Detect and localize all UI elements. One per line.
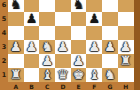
square-f4[interactable] xyxy=(86,26,102,40)
square-h4[interactable] xyxy=(118,26,134,40)
square-f3[interactable]: ♟ xyxy=(86,40,102,54)
black-pawn[interactable]: ♟ xyxy=(88,12,100,26)
square-b5[interactable]: ♟ xyxy=(24,12,40,26)
square-e2[interactable]: ♟ xyxy=(71,54,87,68)
file-label-e: E xyxy=(71,82,87,90)
square-d2[interactable] xyxy=(55,54,71,68)
square-a2[interactable] xyxy=(8,54,24,68)
white-pawn[interactable]: ♟ xyxy=(73,54,85,68)
rank-label-1: 1 xyxy=(0,68,8,82)
square-a5[interactable] xyxy=(8,12,24,26)
square-b3[interactable]: ♟ xyxy=(24,40,40,54)
white-knight[interactable]: ♞ xyxy=(104,68,116,82)
square-g3[interactable]: ♟ xyxy=(102,40,118,54)
square-e4[interactable] xyxy=(71,26,87,40)
square-b2[interactable] xyxy=(24,54,40,68)
file-label-f: F xyxy=(86,82,102,90)
square-c1[interactable]: ♝ xyxy=(39,68,55,82)
square-c6[interactable] xyxy=(39,0,55,12)
square-e5[interactable] xyxy=(71,12,87,26)
rank-label-5: 5 xyxy=(0,12,8,26)
square-f2[interactable] xyxy=(86,54,102,68)
square-c2[interactable]: ♟ xyxy=(39,54,55,68)
square-g1[interactable]: ♞ xyxy=(102,68,118,82)
rank-labels: 654321 xyxy=(0,0,8,82)
chess-app-window: ♞♞♟♟♟♟♞♟♟♟♟♟♟♜♜♝♛♚♝♞ 654321 ABCDEFGH xyxy=(0,0,140,90)
square-g4[interactable] xyxy=(102,26,118,40)
rank-label-2: 2 xyxy=(0,54,8,68)
square-e6[interactable]: ♞ xyxy=(71,0,87,12)
white-pawn[interactable]: ♟ xyxy=(120,40,132,54)
white-pawn[interactable]: ♟ xyxy=(104,40,116,54)
white-rook[interactable]: ♜ xyxy=(120,54,132,68)
rank-label-4: 4 xyxy=(0,26,8,40)
chess-board: ♞♞♟♟♟♟♞♟♟♟♟♟♟♜♜♝♛♚♝♞ xyxy=(8,0,134,82)
file-label-c: C xyxy=(39,82,55,90)
square-f6[interactable] xyxy=(86,0,102,12)
square-c3[interactable]: ♞ xyxy=(39,40,55,54)
board-right-edge xyxy=(134,0,140,90)
square-g2[interactable] xyxy=(102,54,118,68)
rank-label-6: 6 xyxy=(0,0,8,12)
white-pawn[interactable]: ♟ xyxy=(26,40,38,54)
white-king[interactable]: ♚ xyxy=(73,68,85,82)
square-a4[interactable] xyxy=(8,26,24,40)
square-f1[interactable]: ♝ xyxy=(86,68,102,82)
file-label-d: D xyxy=(55,82,71,90)
white-pawn[interactable]: ♟ xyxy=(41,54,53,68)
file-labels: ABCDEFGH xyxy=(8,82,134,90)
square-f5[interactable]: ♟ xyxy=(86,12,102,26)
square-d1[interactable]: ♛ xyxy=(55,68,71,82)
white-knight[interactable]: ♞ xyxy=(41,40,53,54)
white-bishop[interactable]: ♝ xyxy=(41,68,53,82)
black-knight[interactable]: ♞ xyxy=(73,0,85,12)
file-label-b: B xyxy=(24,82,40,90)
square-a6[interactable]: ♞ xyxy=(8,0,24,12)
black-knight[interactable]: ♞ xyxy=(10,0,22,12)
file-label-g: G xyxy=(102,82,118,90)
square-c4[interactable] xyxy=(39,26,55,40)
square-g6[interactable] xyxy=(102,0,118,12)
square-h6[interactable] xyxy=(118,0,134,12)
square-d6[interactable] xyxy=(55,0,71,12)
white-rook[interactable]: ♜ xyxy=(10,68,22,82)
file-label-h: H xyxy=(118,82,134,90)
square-e1[interactable]: ♚ xyxy=(71,68,87,82)
square-b4[interactable] xyxy=(24,26,40,40)
black-pawn[interactable]: ♟ xyxy=(26,12,38,26)
square-g5[interactable] xyxy=(102,12,118,26)
square-c5[interactable] xyxy=(39,12,55,26)
square-e3[interactable] xyxy=(71,40,87,54)
square-h3[interactable]: ♟ xyxy=(118,40,134,54)
square-h5[interactable] xyxy=(118,12,134,26)
white-bishop[interactable]: ♝ xyxy=(88,68,100,82)
square-h2[interactable]: ♜ xyxy=(118,54,134,68)
square-b1[interactable] xyxy=(24,68,40,82)
white-queen[interactable]: ♛ xyxy=(57,68,69,82)
file-label-a: A xyxy=(8,82,24,90)
white-pawn[interactable]: ♟ xyxy=(88,40,100,54)
white-pawn[interactable]: ♟ xyxy=(57,40,69,54)
square-d3[interactable]: ♟ xyxy=(55,40,71,54)
square-a3[interactable]: ♟ xyxy=(8,40,24,54)
square-d4[interactable] xyxy=(55,26,71,40)
square-b6[interactable] xyxy=(24,0,40,12)
square-h1[interactable] xyxy=(118,68,134,82)
square-a1[interactable]: ♜ xyxy=(8,68,24,82)
rank-label-3: 3 xyxy=(0,40,8,54)
white-pawn[interactable]: ♟ xyxy=(10,40,22,54)
square-d5[interactable] xyxy=(55,12,71,26)
